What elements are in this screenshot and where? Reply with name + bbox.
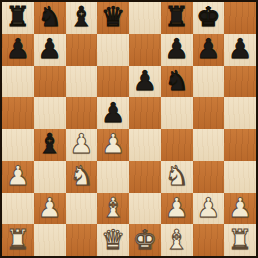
piece-black-pawn[interactable]: ♟ bbox=[6, 35, 30, 62]
square-a3[interactable]: ♟ bbox=[2, 161, 34, 193]
piece-white-pawn[interactable]: ♟ bbox=[101, 130, 125, 157]
square-d2[interactable]: ♝ bbox=[97, 193, 129, 225]
square-b6[interactable] bbox=[34, 66, 66, 98]
square-d7[interactable] bbox=[97, 34, 129, 66]
chess-board-frame: ♜♞♝♛♜♚♟♟♟♟♟♟♞♟♝♟♟♟♞♞♟♝♟♟♟♜♛♚♝♜ bbox=[0, 0, 258, 258]
piece-white-rook[interactable]: ♜ bbox=[6, 226, 30, 253]
piece-white-king[interactable]: ♚ bbox=[133, 226, 157, 253]
square-g7[interactable]: ♟ bbox=[193, 34, 225, 66]
square-d6[interactable] bbox=[97, 66, 129, 98]
square-h1[interactable]: ♜ bbox=[224, 224, 256, 256]
square-f2[interactable]: ♟ bbox=[161, 193, 193, 225]
piece-black-knight[interactable]: ♞ bbox=[38, 3, 62, 30]
square-h2[interactable]: ♟ bbox=[224, 193, 256, 225]
square-e5[interactable] bbox=[129, 97, 161, 129]
piece-black-bishop[interactable]: ♝ bbox=[69, 3, 93, 30]
square-a2[interactable] bbox=[2, 193, 34, 225]
square-c4[interactable]: ♟ bbox=[66, 129, 98, 161]
square-b1[interactable] bbox=[34, 224, 66, 256]
square-g3[interactable] bbox=[193, 161, 225, 193]
square-h6[interactable] bbox=[224, 66, 256, 98]
square-b2[interactable]: ♟ bbox=[34, 193, 66, 225]
square-e2[interactable] bbox=[129, 193, 161, 225]
square-c8[interactable]: ♝ bbox=[66, 2, 98, 34]
square-a4[interactable] bbox=[2, 129, 34, 161]
square-b8[interactable]: ♞ bbox=[34, 2, 66, 34]
square-e3[interactable] bbox=[129, 161, 161, 193]
square-c3[interactable]: ♞ bbox=[66, 161, 98, 193]
square-f4[interactable] bbox=[161, 129, 193, 161]
square-f1[interactable]: ♝ bbox=[161, 224, 193, 256]
piece-black-rook[interactable]: ♜ bbox=[165, 3, 189, 30]
square-g6[interactable] bbox=[193, 66, 225, 98]
piece-white-bishop[interactable]: ♝ bbox=[101, 194, 125, 221]
square-b5[interactable] bbox=[34, 97, 66, 129]
square-f5[interactable] bbox=[161, 97, 193, 129]
square-f7[interactable]: ♟ bbox=[161, 34, 193, 66]
square-c5[interactable] bbox=[66, 97, 98, 129]
square-e1[interactable]: ♚ bbox=[129, 224, 161, 256]
piece-white-pawn[interactable]: ♟ bbox=[165, 194, 189, 221]
piece-white-pawn[interactable]: ♟ bbox=[228, 194, 252, 221]
square-a8[interactable]: ♜ bbox=[2, 2, 34, 34]
square-e6[interactable]: ♟ bbox=[129, 66, 161, 98]
piece-white-pawn[interactable]: ♟ bbox=[38, 194, 62, 221]
square-h5[interactable] bbox=[224, 97, 256, 129]
square-c7[interactable] bbox=[66, 34, 98, 66]
square-f8[interactable]: ♜ bbox=[161, 2, 193, 34]
square-g5[interactable] bbox=[193, 97, 225, 129]
piece-black-pawn[interactable]: ♟ bbox=[38, 35, 62, 62]
square-d1[interactable]: ♛ bbox=[97, 224, 129, 256]
square-h8[interactable] bbox=[224, 2, 256, 34]
square-b4[interactable]: ♝ bbox=[34, 129, 66, 161]
square-a6[interactable] bbox=[2, 66, 34, 98]
square-a5[interactable] bbox=[2, 97, 34, 129]
piece-white-bishop[interactable]: ♝ bbox=[165, 226, 189, 253]
square-f6[interactable]: ♞ bbox=[161, 66, 193, 98]
piece-white-rook[interactable]: ♜ bbox=[228, 226, 252, 253]
square-h7[interactable]: ♟ bbox=[224, 34, 256, 66]
chess-board: ♜♞♝♛♜♚♟♟♟♟♟♟♞♟♝♟♟♟♞♞♟♝♟♟♟♜♛♚♝♜ bbox=[2, 2, 256, 256]
square-d5[interactable]: ♟ bbox=[97, 97, 129, 129]
square-g8[interactable]: ♚ bbox=[193, 2, 225, 34]
piece-black-pawn[interactable]: ♟ bbox=[133, 67, 157, 94]
square-f3[interactable]: ♞ bbox=[161, 161, 193, 193]
square-d8[interactable]: ♛ bbox=[97, 2, 129, 34]
square-d3[interactable] bbox=[97, 161, 129, 193]
piece-black-pawn[interactable]: ♟ bbox=[165, 35, 189, 62]
square-c2[interactable] bbox=[66, 193, 98, 225]
piece-white-pawn[interactable]: ♟ bbox=[69, 130, 93, 157]
square-g1[interactable] bbox=[193, 224, 225, 256]
piece-white-knight[interactable]: ♞ bbox=[69, 162, 93, 189]
square-d4[interactable]: ♟ bbox=[97, 129, 129, 161]
square-g2[interactable]: ♟ bbox=[193, 193, 225, 225]
square-e8[interactable] bbox=[129, 2, 161, 34]
square-b3[interactable] bbox=[34, 161, 66, 193]
square-b7[interactable]: ♟ bbox=[34, 34, 66, 66]
square-e7[interactable] bbox=[129, 34, 161, 66]
square-c6[interactable] bbox=[66, 66, 98, 98]
piece-white-pawn[interactable]: ♟ bbox=[196, 194, 220, 221]
square-a7[interactable]: ♟ bbox=[2, 34, 34, 66]
square-c1[interactable] bbox=[66, 224, 98, 256]
piece-black-rook[interactable]: ♜ bbox=[6, 3, 30, 30]
piece-black-pawn[interactable]: ♟ bbox=[228, 35, 252, 62]
piece-black-bishop[interactable]: ♝ bbox=[38, 130, 62, 157]
piece-white-pawn[interactable]: ♟ bbox=[6, 162, 30, 189]
square-g4[interactable] bbox=[193, 129, 225, 161]
piece-black-pawn[interactable]: ♟ bbox=[196, 35, 220, 62]
piece-white-queen[interactable]: ♛ bbox=[101, 226, 125, 253]
piece-black-knight[interactable]: ♞ bbox=[165, 67, 189, 94]
piece-white-knight[interactable]: ♞ bbox=[165, 162, 189, 189]
piece-black-pawn[interactable]: ♟ bbox=[101, 99, 125, 126]
square-h3[interactable] bbox=[224, 161, 256, 193]
square-e4[interactable] bbox=[129, 129, 161, 161]
square-h4[interactable] bbox=[224, 129, 256, 161]
piece-black-king[interactable]: ♚ bbox=[196, 3, 220, 30]
piece-black-queen[interactable]: ♛ bbox=[101, 3, 125, 30]
square-a1[interactable]: ♜ bbox=[2, 224, 34, 256]
